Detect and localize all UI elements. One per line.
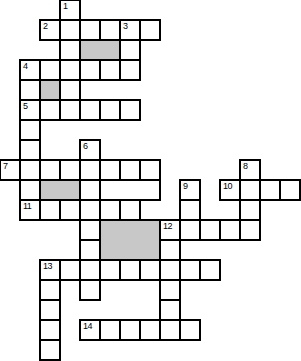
- blocked-cell: [99, 219, 161, 261]
- grid-cell[interactable]: 4: [19, 59, 41, 81]
- grid-cell[interactable]: [79, 179, 101, 201]
- grid-cell[interactable]: [179, 259, 201, 281]
- grid-cell[interactable]: [119, 259, 141, 281]
- grid-cell[interactable]: [79, 279, 101, 301]
- grid-cell[interactable]: [199, 259, 221, 281]
- clue-number: 14: [83, 321, 92, 331]
- grid-cell[interactable]: 13: [39, 259, 61, 281]
- grid-cell[interactable]: [159, 299, 181, 321]
- grid-cell[interactable]: [39, 339, 61, 361]
- grid-cell[interactable]: [139, 19, 161, 41]
- clue-number: 6: [83, 141, 88, 151]
- clue-number: 12: [163, 221, 172, 231]
- grid-cell[interactable]: [79, 159, 101, 181]
- grid-cell[interactable]: [159, 239, 181, 261]
- grid-cell[interactable]: [39, 159, 61, 181]
- grid-cell[interactable]: [119, 159, 141, 181]
- grid-cell[interactable]: 12: [159, 219, 181, 241]
- clue-number: 5: [23, 101, 28, 111]
- grid-cell[interactable]: [99, 99, 121, 121]
- grid-cell[interactable]: [239, 179, 261, 201]
- grid-cell[interactable]: [99, 59, 121, 81]
- grid-cell[interactable]: 3: [119, 19, 141, 41]
- clue-number: 8: [243, 161, 248, 171]
- grid-cell[interactable]: 10: [219, 179, 241, 201]
- blocked-cell: [79, 39, 121, 61]
- grid-cell[interactable]: [59, 259, 81, 281]
- grid-cell[interactable]: [59, 199, 81, 221]
- grid-cell[interactable]: [19, 159, 41, 181]
- grid-cell[interactable]: [19, 139, 41, 161]
- grid-cell[interactable]: [79, 99, 101, 121]
- grid-cell[interactable]: [39, 279, 61, 301]
- clue-number: 1: [63, 1, 68, 11]
- grid-cell[interactable]: [199, 219, 221, 241]
- grid-cell[interactable]: [179, 219, 201, 241]
- clue-number: 13: [43, 261, 52, 271]
- grid-cell[interactable]: 14: [79, 319, 101, 341]
- grid-cell[interactable]: [119, 39, 141, 61]
- grid-cell[interactable]: [159, 279, 181, 301]
- grid-cell[interactable]: [39, 199, 61, 221]
- grid-cell[interactable]: [19, 79, 41, 101]
- grid-cell[interactable]: [119, 319, 141, 341]
- grid-cell[interactable]: [259, 179, 281, 201]
- grid-cell[interactable]: [179, 199, 201, 221]
- grid-cell[interactable]: [119, 199, 141, 221]
- grid-cell[interactable]: [239, 199, 261, 221]
- grid-cell[interactable]: [139, 159, 161, 181]
- grid-cell[interactable]: [19, 179, 41, 201]
- grid-cell[interactable]: 8: [239, 159, 261, 181]
- grid-cell[interactable]: [99, 179, 161, 201]
- grid-cell[interactable]: [99, 199, 121, 221]
- grid-cell[interactable]: [159, 259, 181, 281]
- grid-cell[interactable]: 7: [0, 159, 21, 181]
- grid-cell[interactable]: [39, 299, 61, 321]
- clue-number: 7: [3, 161, 8, 171]
- grid-cell[interactable]: [59, 19, 81, 41]
- grid-cell[interactable]: 2: [39, 19, 61, 41]
- grid-cell[interactable]: [79, 259, 101, 281]
- grid-cell[interactable]: [99, 259, 121, 281]
- clue-number: 11: [23, 201, 31, 211]
- grid-cell[interactable]: [119, 59, 141, 81]
- blocked-cell: [39, 79, 61, 101]
- blocked-cell: [39, 179, 81, 201]
- grid-cell[interactable]: 11: [19, 199, 41, 221]
- grid-cell[interactable]: [139, 259, 161, 281]
- crossword-grid: 1234567891011121314: [0, 0, 301, 361]
- grid-cell[interactable]: [239, 219, 261, 241]
- grid-cell[interactable]: [119, 99, 141, 121]
- grid-cell[interactable]: 6: [79, 139, 101, 161]
- clue-number: 3: [123, 21, 128, 31]
- grid-cell[interactable]: [219, 219, 241, 241]
- clue-number: 4: [23, 61, 28, 71]
- grid-cell[interactable]: [279, 179, 301, 201]
- clue-number: 2: [43, 21, 48, 31]
- grid-cell[interactable]: [99, 19, 121, 41]
- clue-number: 9: [183, 181, 188, 191]
- grid-cell[interactable]: [39, 99, 61, 121]
- grid-cell[interactable]: [59, 39, 81, 61]
- grid-cell[interactable]: [79, 199, 101, 221]
- grid-cell[interactable]: [59, 79, 81, 101]
- grid-cell[interactable]: [99, 159, 121, 181]
- grid-cell[interactable]: 9: [179, 179, 201, 201]
- grid-cell[interactable]: 5: [19, 99, 41, 121]
- grid-cell[interactable]: [19, 119, 41, 141]
- grid-cell[interactable]: [179, 319, 201, 341]
- grid-cell[interactable]: [139, 319, 161, 341]
- clue-number: 10: [223, 181, 232, 191]
- grid-cell[interactable]: [159, 319, 181, 341]
- grid-cell[interactable]: [59, 159, 81, 181]
- grid-cell[interactable]: [79, 19, 101, 41]
- grid-cell[interactable]: [59, 59, 81, 81]
- grid-cell[interactable]: 1: [59, 0, 81, 21]
- grid-cell[interactable]: [99, 319, 121, 341]
- grid-cell[interactable]: [79, 59, 101, 81]
- grid-cell[interactable]: [59, 99, 81, 121]
- grid-cell[interactable]: [79, 239, 101, 261]
- grid-cell[interactable]: [39, 319, 61, 341]
- grid-cell[interactable]: [39, 59, 61, 81]
- grid-cell[interactable]: [79, 219, 101, 241]
